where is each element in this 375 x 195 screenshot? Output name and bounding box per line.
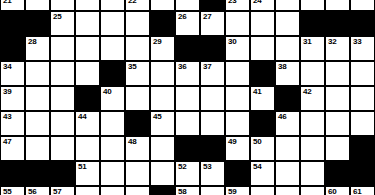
clue-number-40: 40 bbox=[103, 88, 112, 96]
cell-r1c14[interactable] bbox=[325, 0, 350, 11]
cell-r1c2[interactable] bbox=[25, 0, 50, 11]
block-cell-r5c12 bbox=[275, 86, 300, 111]
cell-r4c7[interactable] bbox=[150, 61, 175, 86]
clue-number-59: 59 bbox=[228, 188, 237, 195]
cell-r8c11[interactable]: 54 bbox=[250, 161, 275, 186]
cell-r3c7[interactable]: 29 bbox=[150, 36, 175, 61]
cell-r4c15[interactable] bbox=[350, 61, 375, 86]
crossword-puzzle: 2122232425262728293031323334353637383940… bbox=[0, 0, 375, 195]
cell-r1c4[interactable] bbox=[75, 0, 100, 11]
cell-r6c5[interactable] bbox=[100, 111, 125, 136]
clue-number-60: 60 bbox=[328, 188, 337, 195]
cell-r1c8[interactable] bbox=[175, 0, 200, 11]
clue-number-38: 38 bbox=[278, 63, 287, 71]
cell-r5c13[interactable]: 42 bbox=[300, 86, 325, 111]
cell-r3c15[interactable]: 33 bbox=[350, 36, 375, 61]
block-cell-r3c9 bbox=[200, 36, 225, 61]
cell-r9c5[interactable] bbox=[100, 186, 125, 195]
block-cell-r4c11 bbox=[250, 61, 275, 86]
cell-r6c15[interactable] bbox=[350, 111, 375, 136]
clue-number-46: 46 bbox=[278, 113, 287, 121]
clue-number-34: 34 bbox=[3, 63, 12, 71]
block-cell-r3c8 bbox=[175, 36, 200, 61]
cell-r3c12[interactable] bbox=[275, 36, 300, 61]
clue-number-57: 57 bbox=[53, 188, 62, 195]
block-cell-r6c11 bbox=[250, 111, 275, 136]
cell-r8c4[interactable]: 51 bbox=[75, 161, 100, 186]
cell-r1c15[interactable] bbox=[350, 0, 375, 11]
cell-r9c10[interactable]: 59 bbox=[225, 186, 250, 195]
cell-r6c8[interactable] bbox=[175, 111, 200, 136]
cell-r9c14[interactable]: 60 bbox=[325, 186, 350, 195]
cell-r3c6[interactable] bbox=[125, 36, 150, 61]
clue-number-42: 42 bbox=[303, 88, 312, 96]
clue-number-43: 43 bbox=[3, 113, 12, 121]
cell-r5c2[interactable] bbox=[25, 86, 50, 111]
cell-r4c12[interactable]: 38 bbox=[275, 61, 300, 86]
cell-r3c3[interactable] bbox=[50, 36, 75, 61]
clue-number-55: 55 bbox=[3, 188, 12, 195]
cell-r9c9[interactable] bbox=[200, 186, 225, 195]
crossword-grid: 2122232425262728293031323334353637383940… bbox=[0, 0, 375, 195]
cell-r4c2[interactable] bbox=[25, 61, 50, 86]
clue-number-44: 44 bbox=[78, 113, 87, 121]
cell-r2c11[interactable] bbox=[250, 11, 275, 36]
clue-number-28: 28 bbox=[28, 38, 37, 46]
cell-r9c11[interactable] bbox=[250, 186, 275, 195]
cell-r7c6[interactable]: 48 bbox=[125, 136, 150, 161]
clue-number-61: 61 bbox=[353, 188, 362, 195]
cell-r4c14[interactable] bbox=[325, 61, 350, 86]
cell-r8c12[interactable] bbox=[275, 161, 300, 186]
cell-r7c5[interactable] bbox=[100, 136, 125, 161]
cell-r5c3[interactable] bbox=[50, 86, 75, 111]
cell-r5c9[interactable] bbox=[200, 86, 225, 111]
cell-r3c13[interactable]: 31 bbox=[300, 36, 325, 61]
cell-r5c5[interactable]: 40 bbox=[100, 86, 125, 111]
block-cell-r2c14 bbox=[325, 11, 350, 36]
clue-number-32: 32 bbox=[328, 38, 337, 46]
cell-r7c11[interactable]: 50 bbox=[250, 136, 275, 161]
block-cell-r2c2 bbox=[25, 11, 50, 36]
clue-number-52: 52 bbox=[178, 163, 187, 171]
clue-number-36: 36 bbox=[178, 63, 187, 71]
clue-number-37: 37 bbox=[203, 63, 212, 71]
cell-r9c4[interactable] bbox=[75, 186, 100, 195]
clue-number-35: 35 bbox=[128, 63, 137, 71]
block-cell-r2c7 bbox=[150, 11, 175, 36]
block-cell-r8c3 bbox=[50, 161, 75, 186]
cell-r4c8[interactable]: 36 bbox=[175, 61, 200, 86]
cell-r7c14[interactable] bbox=[325, 136, 350, 161]
cell-r1c3[interactable] bbox=[50, 0, 75, 11]
cell-r3c4[interactable] bbox=[75, 36, 100, 61]
cell-r7c3[interactable] bbox=[50, 136, 75, 161]
clue-number-33: 33 bbox=[353, 38, 362, 46]
block-cell-r2c13 bbox=[300, 11, 325, 36]
cell-r6c13[interactable] bbox=[300, 111, 325, 136]
clue-number-45: 45 bbox=[153, 113, 162, 121]
cell-r5c7[interactable] bbox=[150, 86, 175, 111]
clue-number-26: 26 bbox=[178, 13, 187, 21]
cell-r2c6[interactable] bbox=[125, 11, 150, 36]
block-cell-r3c1 bbox=[0, 36, 25, 61]
cell-r3c5[interactable] bbox=[100, 36, 125, 61]
cell-r9c2[interactable]: 56 bbox=[25, 186, 50, 195]
cell-r1c6[interactable]: 22 bbox=[125, 0, 150, 11]
cell-r5c15[interactable] bbox=[350, 86, 375, 111]
cell-r6c2[interactable] bbox=[25, 111, 50, 136]
cell-r2c5[interactable] bbox=[100, 11, 125, 36]
cell-r9c6[interactable] bbox=[125, 186, 150, 195]
block-cell-r2c15 bbox=[350, 11, 375, 36]
cell-r5c1[interactable]: 39 bbox=[0, 86, 25, 111]
cell-r7c7[interactable] bbox=[150, 136, 175, 161]
cell-r2c10[interactable] bbox=[225, 11, 250, 36]
cell-r5c14[interactable] bbox=[325, 86, 350, 111]
block-cell-r7c8 bbox=[175, 136, 200, 161]
block-cell-r7c15 bbox=[350, 136, 375, 161]
clue-number-31: 31 bbox=[303, 38, 312, 46]
clue-number-56: 56 bbox=[28, 188, 37, 195]
cell-r9c8[interactable]: 58 bbox=[175, 186, 200, 195]
clue-number-54: 54 bbox=[253, 163, 262, 171]
cell-r2c3[interactable]: 25 bbox=[50, 11, 75, 36]
cell-r2c8[interactable]: 26 bbox=[175, 11, 200, 36]
cell-r3c2[interactable]: 28 bbox=[25, 36, 50, 61]
cell-r5c6[interactable] bbox=[125, 86, 150, 111]
cell-r2c12[interactable] bbox=[275, 11, 300, 36]
cell-r1c13[interactable] bbox=[300, 0, 325, 11]
clue-number-50: 50 bbox=[253, 138, 262, 146]
cell-r1c5[interactable] bbox=[100, 0, 125, 11]
cell-r8c5[interactable] bbox=[100, 161, 125, 186]
cell-r4c1[interactable]: 34 bbox=[0, 61, 25, 86]
block-cell-r8c15 bbox=[350, 161, 375, 186]
cell-r7c13[interactable] bbox=[300, 136, 325, 161]
clue-number-48: 48 bbox=[128, 138, 137, 146]
block-cell-r5c4 bbox=[75, 86, 100, 111]
clue-number-41: 41 bbox=[253, 88, 262, 96]
clue-number-58: 58 bbox=[178, 188, 187, 195]
cell-r6c14[interactable] bbox=[325, 111, 350, 136]
cell-r1c10[interactable]: 23 bbox=[225, 0, 250, 11]
block-cell-r4c5 bbox=[100, 61, 125, 86]
cell-r4c9[interactable]: 37 bbox=[200, 61, 225, 86]
clue-number-53: 53 bbox=[203, 163, 212, 171]
block-cell-r1c9 bbox=[200, 0, 225, 11]
block-cell-r7c9 bbox=[200, 136, 225, 161]
cell-r8c13[interactable] bbox=[300, 161, 325, 186]
cell-r6c12[interactable]: 46 bbox=[275, 111, 300, 136]
clue-number-27: 27 bbox=[203, 13, 212, 21]
cell-r4c3[interactable] bbox=[50, 61, 75, 86]
clue-number-49: 49 bbox=[228, 138, 237, 146]
cell-r1c7[interactable] bbox=[150, 0, 175, 11]
clue-number-22: 22 bbox=[128, 0, 137, 5]
cell-r8c6[interactable] bbox=[125, 161, 150, 186]
cell-r6c9[interactable] bbox=[200, 111, 225, 136]
clue-number-23: 23 bbox=[228, 0, 237, 5]
cell-r7c1[interactable]: 47 bbox=[0, 136, 25, 161]
block-cell-r8c1 bbox=[0, 161, 25, 186]
cell-r7c2[interactable] bbox=[25, 136, 50, 161]
clue-number-21: 21 bbox=[3, 0, 12, 5]
block-cell-r9c7 bbox=[150, 186, 175, 195]
cell-r1c12[interactable] bbox=[275, 0, 300, 11]
cell-r5c8[interactable] bbox=[175, 86, 200, 111]
clue-number-29: 29 bbox=[153, 38, 162, 46]
cell-r6c7[interactable]: 45 bbox=[150, 111, 175, 136]
cell-r2c9[interactable]: 27 bbox=[200, 11, 225, 36]
cell-r9c12[interactable] bbox=[275, 186, 300, 195]
block-cell-r8c14 bbox=[325, 161, 350, 186]
cell-r3c14[interactable]: 32 bbox=[325, 36, 350, 61]
cell-r9c13[interactable] bbox=[300, 186, 325, 195]
cell-r9c1[interactable]: 55 bbox=[0, 186, 25, 195]
cell-r7c10[interactable]: 49 bbox=[225, 136, 250, 161]
block-cell-r8c10 bbox=[225, 161, 250, 186]
cell-r8c8[interactable]: 52 bbox=[175, 161, 200, 186]
cell-r4c13[interactable] bbox=[300, 61, 325, 86]
cell-r8c9[interactable]: 53 bbox=[200, 161, 225, 186]
cell-r6c4[interactable]: 44 bbox=[75, 111, 100, 136]
cell-r5c10[interactable] bbox=[225, 86, 250, 111]
cell-r4c6[interactable]: 35 bbox=[125, 61, 150, 86]
clue-number-39: 39 bbox=[3, 88, 12, 96]
cell-r6c10[interactable] bbox=[225, 111, 250, 136]
cell-r9c15[interactable]: 61 bbox=[350, 186, 375, 195]
clue-number-51: 51 bbox=[78, 163, 87, 171]
cell-r5c11[interactable]: 41 bbox=[250, 86, 275, 111]
cell-r1c11[interactable]: 24 bbox=[250, 0, 275, 11]
cell-r4c4[interactable] bbox=[75, 61, 100, 86]
cell-r4c10[interactable] bbox=[225, 61, 250, 86]
clue-number-25: 25 bbox=[53, 13, 62, 21]
block-cell-r6c6 bbox=[125, 111, 150, 136]
cell-r9c3[interactable]: 57 bbox=[50, 186, 75, 195]
clue-number-47: 47 bbox=[3, 138, 12, 146]
cell-r7c12[interactable] bbox=[275, 136, 300, 161]
cell-r6c3[interactable] bbox=[50, 111, 75, 136]
cell-r6c1[interactable]: 43 bbox=[0, 111, 25, 136]
cell-r7c4[interactable] bbox=[75, 136, 100, 161]
cell-r3c10[interactable]: 30 bbox=[225, 36, 250, 61]
block-cell-r8c2 bbox=[25, 161, 50, 186]
cell-r1c1[interactable]: 21 bbox=[0, 0, 25, 11]
clue-number-24: 24 bbox=[253, 0, 262, 5]
cell-r2c4[interactable] bbox=[75, 11, 100, 36]
block-cell-r2c1 bbox=[0, 11, 25, 36]
cell-r3c11[interactable] bbox=[250, 36, 275, 61]
cell-r8c7[interactable] bbox=[150, 161, 175, 186]
clue-number-30: 30 bbox=[228, 38, 237, 46]
